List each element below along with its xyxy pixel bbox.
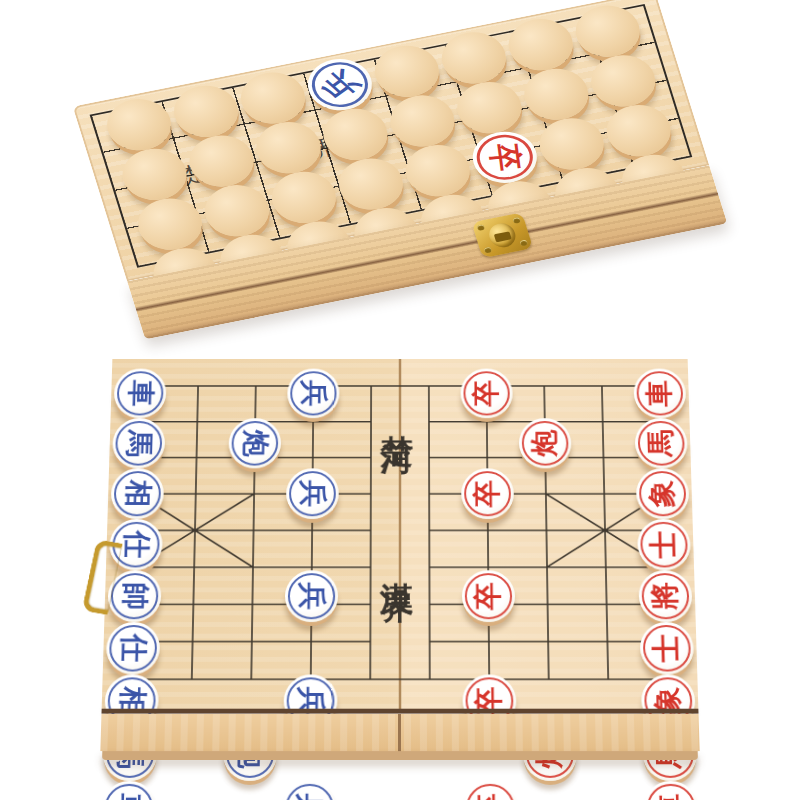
box-piece-facedown[interactable] [249, 117, 327, 179]
xiangqi-piece-blue[interactable]: 相 [110, 468, 164, 519]
piece-character: 卒 [462, 570, 516, 622]
box-piece-facedown[interactable] [399, 140, 477, 202]
piece-character: 車 [101, 780, 157, 800]
box-piece-faceup-red[interactable]: 卒 [466, 126, 544, 188]
xiangqi-piece-red[interactable]: 象 [636, 468, 690, 519]
xiangqi-piece-red[interactable]: 炮 [519, 418, 572, 468]
xiangqi-piece-red[interactable]: 卒 [461, 468, 514, 519]
box-piece-facedown[interactable] [234, 67, 312, 129]
xiangqi-piece-blue[interactable]: 兵 [285, 570, 339, 622]
board-base [102, 751, 698, 760]
box-piece-facedown[interactable] [100, 94, 178, 156]
piece-character: 車 [633, 368, 686, 418]
piece-character: 兵 [287, 368, 339, 418]
piece-character: 將 [638, 570, 693, 622]
xiangqi-piece-red[interactable]: 車 [643, 780, 699, 800]
xiangqi-piece-blue[interactable]: 兵 [282, 780, 337, 800]
board-fold-seam-front [398, 714, 401, 751]
xiangqi-piece-blue[interactable]: 馬 [112, 418, 166, 468]
box-piece-facedown[interactable] [568, 0, 646, 62]
xiangqi-piece-blue[interactable]: 兵 [287, 368, 339, 418]
box-piece-facedown[interactable] [435, 27, 513, 89]
piece-character: 兵 [285, 570, 339, 622]
box-piece-facedown[interactable] [182, 130, 260, 192]
closed-box: 楚河漢界 兵卒 [73, 0, 728, 339]
piece-character: 炮 [519, 418, 572, 468]
xiangqi-piece-red[interactable]: 士 [640, 622, 695, 674]
box-piece-facedown[interactable] [198, 180, 276, 242]
piece-character: 馬 [112, 418, 166, 468]
box-piece-facedown[interactable] [450, 77, 528, 139]
piece-character: 車 [643, 780, 699, 800]
box-piece-facedown[interactable] [167, 80, 245, 142]
box-piece-facedown[interactable] [265, 166, 343, 228]
box-piece-facedown[interactable] [517, 63, 595, 125]
xiangqi-piece-red[interactable]: 士 [637, 519, 691, 570]
xiangqi-piece-red[interactable]: 馬 [634, 418, 688, 468]
xiangqi-piece-red[interactable]: 車 [633, 368, 686, 418]
product-photo-stage: 楚河漢界 兵卒 楚河 漢界 車兵卒車馬炮炮馬相兵卒象仕士帥兵卒將仕士相兵卒象馬炮… [0, 0, 800, 800]
piece-character: 炮 [228, 418, 281, 468]
piece-character: 卒 [461, 468, 514, 519]
piece-character: 仕 [106, 622, 161, 674]
xiangqi-piece-red[interactable]: 將 [638, 570, 693, 622]
piece-character: 卒 [460, 368, 512, 418]
piece-character: 車 [113, 368, 166, 418]
xiangqi-piece-red[interactable]: 卒 [462, 570, 516, 622]
box-piece-facedown[interactable] [532, 113, 610, 175]
xiangqi-piece-blue[interactable]: 車 [113, 368, 166, 418]
box-piece-facedown[interactable] [131, 193, 209, 255]
xiangqi-piece-blue[interactable]: 兵 [286, 468, 339, 519]
board-piece-grid: 車兵卒車馬炮炮馬相兵卒象仕士帥兵卒將仕士相兵卒象馬炮炮馬車兵卒車 [102, 368, 698, 698]
board-surface: 楚河 漢界 車兵卒車馬炮炮馬相兵卒象仕士帥兵卒將仕士相兵卒象馬炮炮馬車兵卒車 [102, 359, 699, 709]
piece-character: 兵 [282, 780, 337, 800]
xiangqi-piece-blue[interactable]: 仕 [106, 622, 161, 674]
box-piece-faceup-blue[interactable]: 兵 [301, 54, 379, 116]
piece-character: 卒 [463, 780, 518, 800]
xiangqi-piece-blue[interactable]: 車 [101, 780, 157, 800]
piece-character: 士 [640, 622, 695, 674]
piece-character: 卒 [469, 129, 539, 185]
piece-character: 相 [110, 468, 164, 519]
box-piece-facedown[interactable] [115, 143, 193, 205]
xiangqi-piece-blue[interactable]: 炮 [228, 418, 281, 468]
piece-character: 士 [637, 519, 691, 570]
piece-character: 象 [636, 468, 690, 519]
box-piece-facedown[interactable] [368, 40, 446, 102]
open-xiangqi-board: 楚河 漢界 車兵卒車馬炮炮馬相兵卒象仕士帥兵卒將仕士相兵卒象馬炮炮馬車兵卒車 [100, 359, 700, 762]
xiangqi-piece-red[interactable]: 卒 [463, 780, 518, 800]
piece-character: 兵 [294, 49, 384, 121]
box-piece-facedown[interactable] [599, 100, 677, 162]
box-piece-facedown[interactable] [501, 14, 579, 76]
piece-character: 馬 [634, 418, 688, 468]
box-piece-facedown[interactable] [584, 50, 662, 112]
xiangqi-piece-red[interactable]: 卒 [460, 368, 512, 418]
box-piece-facedown[interactable] [383, 90, 461, 152]
box-piece-facedown[interactable] [332, 153, 410, 215]
piece-character: 兵 [286, 468, 339, 519]
brass-clasp[interactable] [472, 212, 534, 258]
